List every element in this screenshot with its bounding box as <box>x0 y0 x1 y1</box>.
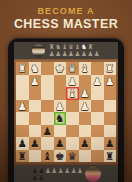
player-captured-tray: ♟♟♟♟♟♟♟♟ ♟♟ <box>32 168 84 182</box>
captured-piece-icon: ♟ <box>94 50 100 58</box>
board-square[interactable] <box>79 150 92 163</box>
board-square[interactable]: ♚ <box>54 150 67 163</box>
board-square[interactable] <box>104 112 117 125</box>
headline-line2: CHESS MASTER <box>0 17 132 31</box>
captured-piece-icon: ♟ <box>77 167 83 175</box>
black-queen-piece[interactable]: ♛ <box>68 150 77 163</box>
board-square[interactable] <box>29 150 42 163</box>
board-square[interactable]: ♞ <box>29 62 42 75</box>
board-square[interactable]: ♝ <box>79 62 92 75</box>
board-square[interactable] <box>66 137 79 150</box>
black-pawn-piece[interactable]: ♟ <box>30 137 39 150</box>
board-square[interactable]: ♟ <box>16 137 29 150</box>
board-square[interactable]: ♛ <box>66 62 79 75</box>
board-square[interactable]: ♟ <box>66 75 79 88</box>
board-square[interactable] <box>41 112 54 125</box>
board-square[interactable]: ♟ <box>79 137 92 150</box>
tablet-device-frame: ♜♞♝♛♝♞♜ ♟♟♟♟♟♟♟♟ ♜♞♚♛♝♜♟♟♟♟♝♟♟♟♟♞♟♟♟♟♟♟♜… <box>8 38 124 182</box>
board-square[interactable] <box>54 75 67 88</box>
board-square[interactable] <box>41 87 54 100</box>
board-square[interactable]: ♜ <box>104 150 117 163</box>
black-rook-piece[interactable]: ♜ <box>18 150 27 163</box>
white-knight-piece[interactable]: ♞ <box>30 62 39 75</box>
board-square[interactable] <box>91 112 104 125</box>
board-square[interactable]: ♛ <box>66 150 79 163</box>
black-pawn-piece[interactable]: ♟ <box>18 137 27 150</box>
board-square[interactable]: ♟ <box>16 100 29 113</box>
app-screen: ♜♞♝♛♝♞♜ ♟♟♟♟♟♟♟♟ ♜♞♚♛♝♜♟♟♟♟♝♟♟♟♟♞♟♟♟♟♟♟♜… <box>14 42 118 182</box>
board-square[interactable]: ♟ <box>104 137 117 150</box>
white-pawn-piece[interactable]: ♟ <box>55 100 64 113</box>
board-square[interactable] <box>79 112 92 125</box>
board-square[interactable] <box>66 112 79 125</box>
board-square[interactable] <box>41 62 54 75</box>
headline-line1: BECOME A <box>0 6 132 16</box>
board-square[interactable] <box>16 125 29 138</box>
board-square[interactable] <box>104 125 117 138</box>
black-pawn-piece[interactable]: ♟ <box>105 137 114 150</box>
white-rook-piece[interactable]: ♜ <box>105 62 114 75</box>
board-square[interactable] <box>16 87 29 100</box>
board-square[interactable]: ♜ <box>16 150 29 163</box>
board-square[interactable]: ♟ <box>54 100 67 113</box>
board-square[interactable] <box>91 100 104 113</box>
board-square[interactable] <box>79 125 92 138</box>
black-knight-piece[interactable]: ♞ <box>55 112 64 125</box>
board-square[interactable] <box>79 75 92 88</box>
board-square[interactable]: ♟ <box>29 137 42 150</box>
board-square[interactable] <box>41 100 54 113</box>
board-square[interactable] <box>29 100 42 113</box>
board-square[interactable]: ♞ <box>54 112 67 125</box>
black-pawn-piece[interactable]: ♟ <box>80 137 89 150</box>
board-square[interactable] <box>54 87 67 100</box>
board-square[interactable] <box>29 112 42 125</box>
ad-screenshot: BECOME A CHESS MASTER ♜♞♝♛♝♞♜ ♟♟♟♟♟♟♟♟ ♜… <box>0 0 132 182</box>
white-pawn-piece[interactable]: ♟ <box>18 100 27 113</box>
board-square[interactable]: ♟ <box>41 125 54 138</box>
white-bishop-piece[interactable]: ♝ <box>68 87 77 100</box>
black-bishop-piece[interactable]: ♝ <box>43 150 52 163</box>
opponent-player-bar: ♜♞♝♛♝♞♜ ♟♟♟♟♟♟♟♟ <box>14 42 118 59</box>
white-pawn-piece[interactable]: ♟ <box>80 87 89 100</box>
board-square[interactable]: ♝ <box>41 150 54 163</box>
black-pawn-piece[interactable]: ♟ <box>55 137 64 150</box>
black-pawn-piece[interactable]: ♟ <box>43 125 52 138</box>
board-square[interactable] <box>104 100 117 113</box>
board-square[interactable] <box>91 150 104 163</box>
opponent-avatar <box>32 44 45 57</box>
white-pawn-piece[interactable]: ♟ <box>93 75 102 88</box>
board-square[interactable]: ♜ <box>104 62 117 75</box>
board-square[interactable] <box>66 100 79 113</box>
board-square[interactable]: ♟ <box>79 100 92 113</box>
white-pawn-piece[interactable]: ♟ <box>30 75 39 88</box>
white-pawn-piece[interactable]: ♟ <box>68 75 77 88</box>
board-square[interactable] <box>91 87 104 100</box>
white-bishop-piece[interactable]: ♝ <box>80 62 89 75</box>
board-square[interactable] <box>91 137 104 150</box>
board-square[interactable] <box>91 125 104 138</box>
board-wood-border: ♜♞♚♛♝♜♟♟♟♟♝♟♟♟♟♞♟♟♟♟♟♟♜♝♚♛♜ <box>14 59 118 165</box>
board-square[interactable] <box>104 87 117 100</box>
board-square[interactable] <box>16 75 29 88</box>
board-square[interactable] <box>41 137 54 150</box>
black-rook-piece[interactable]: ♜ <box>105 150 114 163</box>
board-square[interactable]: ♟ <box>29 75 42 88</box>
board-square[interactable] <box>29 87 42 100</box>
board-square[interactable]: ♚ <box>54 62 67 75</box>
captured-piece-icon: ♟ <box>38 174 44 182</box>
white-queen-piece[interactable]: ♛ <box>68 62 77 75</box>
board-square[interactable]: ♜ <box>16 62 29 75</box>
white-rook-piece[interactable]: ♜ <box>18 62 27 75</box>
black-king-piece[interactable]: ♚ <box>55 150 64 163</box>
board-square[interactable] <box>54 125 67 138</box>
board-square[interactable]: ♝ <box>66 87 79 100</box>
board-square[interactable]: ♟ <box>91 75 104 88</box>
player-bar: ♟♟♟♟♟♟♟♟ ♟♟ <box>14 165 118 182</box>
chess-board: ♜♞♚♛♝♜♟♟♟♟♝♟♟♟♟♞♟♟♟♟♟♟♜♝♚♛♜ <box>16 62 116 162</box>
board-square[interactable] <box>41 75 54 88</box>
board-square[interactable]: ♟ <box>54 137 67 150</box>
captured-pawns-row: ♟♟♟♟♟♟♟♟ <box>49 51 101 58</box>
white-pawn-piece[interactable]: ♟ <box>80 100 89 113</box>
board-square[interactable]: ♟ <box>79 87 92 100</box>
captured-pieces-row: ♟♟ <box>32 175 84 182</box>
board-square[interactable] <box>16 112 29 125</box>
white-pawn-piece[interactable]: ♟ <box>105 75 114 88</box>
board-square[interactable] <box>29 125 42 138</box>
board-square[interactable] <box>66 125 79 138</box>
board-square[interactable] <box>91 62 104 75</box>
player-avatar <box>85 166 101 182</box>
board-square[interactable]: ♟ <box>104 75 117 88</box>
white-king-piece[interactable]: ♚ <box>55 62 64 75</box>
opponent-captured-tray: ♜♞♝♛♝♞♜ ♟♟♟♟♟♟♟♟ <box>49 44 101 58</box>
